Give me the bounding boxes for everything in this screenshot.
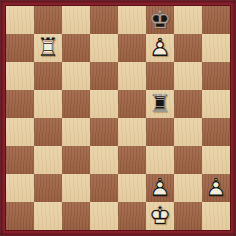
square-c3[interactable] [62, 146, 90, 174]
square-d7[interactable] [90, 34, 118, 62]
square-h6[interactable] [202, 62, 230, 90]
square-h7[interactable] [202, 34, 230, 62]
square-e4[interactable] [118, 118, 146, 146]
piece-black-rook[interactable]: ♜♖ [146, 90, 174, 118]
square-d3[interactable] [90, 146, 118, 174]
square-a2[interactable] [6, 174, 34, 202]
white-pawn-glyph-outline: ♙ [146, 174, 174, 202]
square-b5[interactable] [34, 90, 62, 118]
white-rook-glyph-outline: ♖ [34, 34, 62, 62]
square-h3[interactable] [202, 146, 230, 174]
square-b7[interactable]: ♜♖ [34, 34, 62, 62]
square-e7[interactable] [118, 34, 146, 62]
piece-black-king[interactable]: ♚♔ [146, 6, 174, 34]
square-a3[interactable] [6, 146, 34, 174]
square-b3[interactable] [34, 146, 62, 174]
square-d1[interactable] [90, 202, 118, 230]
square-b6[interactable] [34, 62, 62, 90]
square-f5[interactable]: ♜♖ [146, 90, 174, 118]
square-f6[interactable] [146, 62, 174, 90]
square-e5[interactable] [118, 90, 146, 118]
square-h8[interactable] [202, 6, 230, 34]
square-c8[interactable] [62, 6, 90, 34]
square-a8[interactable] [6, 6, 34, 34]
square-h4[interactable] [202, 118, 230, 146]
square-a4[interactable] [6, 118, 34, 146]
square-g4[interactable] [174, 118, 202, 146]
square-b8[interactable] [34, 6, 62, 34]
black-rook-glyph-outline: ♖ [146, 90, 174, 118]
square-a1[interactable] [6, 202, 34, 230]
square-b2[interactable] [34, 174, 62, 202]
square-c4[interactable] [62, 118, 90, 146]
white-pawn-glyph-outline: ♙ [202, 174, 230, 202]
square-b4[interactable] [34, 118, 62, 146]
square-h1[interactable] [202, 202, 230, 230]
square-h5[interactable] [202, 90, 230, 118]
square-c5[interactable] [62, 90, 90, 118]
piece-white-pawn[interactable]: ♟♙ [146, 174, 174, 202]
square-g3[interactable] [174, 146, 202, 174]
square-d4[interactable] [90, 118, 118, 146]
square-g8[interactable] [174, 6, 202, 34]
board-frame: ♚♔♜♖♟♙♜♖♟♙♟♙♚♔ [0, 0, 236, 236]
white-king-glyph-outline: ♔ [146, 202, 174, 230]
square-g1[interactable] [174, 202, 202, 230]
square-d8[interactable] [90, 6, 118, 34]
chess-board: ♚♔♜♖♟♙♜♖♟♙♟♙♚♔ [6, 6, 230, 230]
white-pawn-glyph-outline: ♙ [146, 34, 174, 62]
square-f4[interactable] [146, 118, 174, 146]
square-f2[interactable]: ♟♙ [146, 174, 174, 202]
square-e8[interactable] [118, 6, 146, 34]
square-f8[interactable]: ♚♔ [146, 6, 174, 34]
square-g6[interactable] [174, 62, 202, 90]
square-g5[interactable] [174, 90, 202, 118]
square-c6[interactable] [62, 62, 90, 90]
square-a7[interactable] [6, 34, 34, 62]
square-c2[interactable] [62, 174, 90, 202]
piece-white-pawn[interactable]: ♟♙ [146, 34, 174, 62]
piece-white-rook[interactable]: ♜♖ [34, 34, 62, 62]
square-c7[interactable] [62, 34, 90, 62]
square-d6[interactable] [90, 62, 118, 90]
square-f7[interactable]: ♟♙ [146, 34, 174, 62]
square-d2[interactable] [90, 174, 118, 202]
square-h2[interactable]: ♟♙ [202, 174, 230, 202]
square-a5[interactable] [6, 90, 34, 118]
square-e6[interactable] [118, 62, 146, 90]
square-d5[interactable] [90, 90, 118, 118]
square-f1[interactable]: ♚♔ [146, 202, 174, 230]
square-f3[interactable] [146, 146, 174, 174]
square-g2[interactable] [174, 174, 202, 202]
square-e2[interactable] [118, 174, 146, 202]
piece-white-king[interactable]: ♚♔ [146, 202, 174, 230]
square-e1[interactable] [118, 202, 146, 230]
square-a6[interactable] [6, 62, 34, 90]
square-b1[interactable] [34, 202, 62, 230]
square-c1[interactable] [62, 202, 90, 230]
square-e3[interactable] [118, 146, 146, 174]
square-g7[interactable] [174, 34, 202, 62]
piece-white-pawn[interactable]: ♟♙ [202, 174, 230, 202]
black-king-glyph-outline: ♔ [146, 6, 174, 34]
